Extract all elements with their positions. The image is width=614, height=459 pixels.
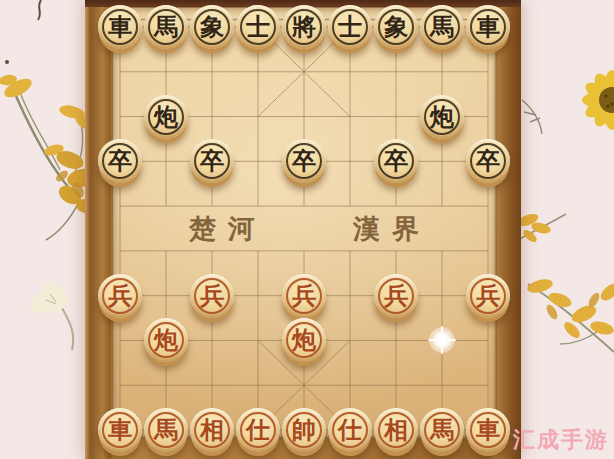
piece-black-soldier-c4[interactable]: 卒 — [190, 139, 234, 183]
piece-black-elephant-c1[interactable]: 象 — [190, 5, 234, 49]
piece-red-horse-h10[interactable]: 馬 — [420, 408, 464, 452]
piece-red-soldier-a7[interactable]: 兵 — [98, 274, 142, 318]
xiangqi-board[interactable] — [85, 0, 521, 459]
piece-black-soldier-a4[interactable]: 卒 — [98, 139, 142, 183]
piece-red-elephant-g10[interactable]: 相 — [374, 408, 418, 452]
twig-top-left-icon — [38, 0, 41, 20]
flower-spray-right-bottom-icon — [526, 277, 614, 352]
flower-sprig-right-mid-icon — [516, 212, 566, 245]
piece-black-horse-b1[interactable]: 馬 — [144, 5, 188, 49]
piece-red-chariot-i10[interactable]: 車 — [466, 408, 510, 452]
seed-dot-left-icon — [5, 60, 9, 64]
board-surface — [112, 7, 497, 439]
flower-branch-left-icon — [0, 74, 99, 240]
piece-red-soldier-i7[interactable]: 兵 — [466, 274, 510, 318]
sprig-gray-right-icon — [522, 100, 542, 134]
game-screen: 楚河 漢界 車馬象士將士象馬車炮炮卒卒卒卒卒兵兵兵兵兵炮炮車馬相仕帥仕相馬車 汇… — [0, 0, 614, 459]
flower-daisy-right-icon — [581, 69, 614, 131]
piece-red-soldier-e7[interactable]: 兵 — [282, 274, 326, 318]
piece-red-horse-b10[interactable]: 馬 — [144, 408, 188, 452]
river-label-right: 漢界 — [353, 209, 431, 249]
piece-red-soldier-g7[interactable]: 兵 — [374, 274, 418, 318]
piece-black-soldier-i4[interactable]: 卒 — [466, 139, 510, 183]
piece-black-cannon-b3[interactable]: 炮 — [144, 95, 188, 139]
river-label-left: 楚河 — [189, 209, 267, 249]
piece-red-advisor-d10[interactable]: 仕 — [236, 408, 280, 452]
watermark-text: 汇成手游 — [513, 425, 609, 455]
piece-black-general-e1[interactable]: 將 — [282, 5, 326, 49]
piece-black-soldier-g4[interactable]: 卒 — [374, 139, 418, 183]
piece-black-advisor-f1[interactable]: 士 — [328, 5, 372, 49]
piece-black-cannon-h3[interactable]: 炮 — [420, 95, 464, 139]
piece-black-chariot-i1[interactable]: 車 — [466, 5, 510, 49]
piece-red-advisor-f10[interactable]: 仕 — [328, 408, 372, 452]
piece-red-soldier-c7[interactable]: 兵 — [190, 274, 234, 318]
flower-white-bottom-left-icon — [29, 279, 73, 350]
piece-red-general-e10[interactable]: 帥 — [282, 408, 326, 452]
piece-black-advisor-d1[interactable]: 士 — [236, 5, 280, 49]
piece-black-horse-h1[interactable]: 馬 — [420, 5, 464, 49]
piece-red-chariot-a10[interactable]: 車 — [98, 408, 142, 452]
piece-black-chariot-a1[interactable]: 車 — [98, 5, 142, 49]
piece-black-elephant-g1[interactable]: 象 — [374, 5, 418, 49]
piece-black-soldier-e4[interactable]: 卒 — [282, 139, 326, 183]
piece-red-elephant-c10[interactable]: 相 — [190, 408, 234, 452]
